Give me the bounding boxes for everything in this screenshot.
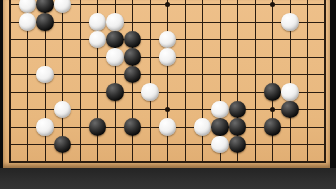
white-stone [106, 13, 124, 31]
black-stone [124, 118, 142, 136]
star-point [270, 107, 275, 112]
star-point [165, 2, 170, 7]
white-stone [106, 48, 124, 66]
grid-line-vertical [272, 0, 273, 163]
white-stone [159, 31, 177, 49]
black-stone [36, 0, 54, 13]
white-stone [281, 83, 299, 101]
grid-line-vertical [167, 0, 168, 163]
grid-line-horizontal [9, 161, 326, 163]
white-stone [211, 101, 229, 119]
black-stone [124, 31, 142, 49]
go-board[interactable] [3, 0, 330, 168]
white-stone [194, 118, 212, 136]
black-stone [106, 83, 124, 101]
white-stone [36, 66, 54, 84]
right-black-bar [330, 0, 336, 189]
grid-line-vertical [9, 0, 11, 163]
black-stone [124, 66, 142, 84]
bottom-black-bar [0, 168, 336, 189]
grid-line-vertical [150, 0, 151, 163]
white-stone [159, 48, 177, 66]
white-stone [159, 118, 177, 136]
white-stone [54, 0, 72, 13]
white-stone [54, 101, 72, 119]
go-app-viewport [0, 0, 336, 189]
white-stone [19, 13, 37, 31]
grid-line-vertical [80, 0, 81, 163]
white-stone [89, 31, 107, 49]
grid-line-vertical [324, 0, 326, 163]
black-stone [281, 101, 299, 119]
white-stone [19, 0, 37, 13]
grid-line-horizontal [9, 74, 326, 75]
star-point [270, 2, 275, 7]
black-stone [229, 136, 247, 154]
black-stone [106, 31, 124, 49]
white-stone [89, 13, 107, 31]
white-stone [281, 13, 299, 31]
black-stone [211, 118, 229, 136]
black-stone [36, 13, 54, 31]
black-stone [89, 118, 107, 136]
white-stone [36, 118, 54, 136]
black-stone [229, 101, 247, 119]
black-stone [124, 48, 142, 66]
grid-line-vertical [202, 0, 203, 163]
black-stone [264, 118, 282, 136]
black-stone [264, 83, 282, 101]
black-stone [229, 118, 247, 136]
white-stone [141, 83, 159, 101]
grid-line-vertical [185, 0, 186, 163]
left-black-bar [0, 0, 3, 189]
grid-line-horizontal [9, 22, 326, 23]
black-stone [54, 136, 72, 154]
grid-line-vertical [307, 0, 308, 163]
grid-line-vertical [255, 0, 256, 163]
white-stone [211, 136, 229, 154]
star-point [165, 107, 170, 112]
